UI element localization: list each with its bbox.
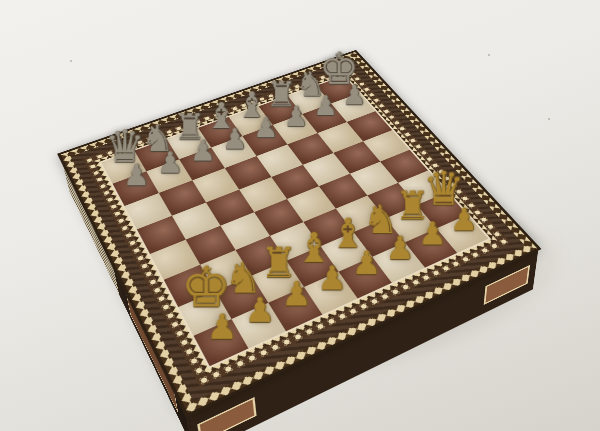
piece-gold-pawn: ♟: [352, 247, 381, 280]
piece-silver-pawn: ♟: [313, 92, 338, 119]
piece-gold-pawn: ♟: [282, 277, 312, 311]
piece-silver-pawn: ♟: [190, 136, 216, 165]
chess-board: ♛♞♜♝♝♜♞♚♟♟♟♟♟♟♟♟♚♞♜♝♝♞♜♛♟♟♟♟♟♟♟♟: [61, 52, 537, 413]
piece-gold-pawn: ♟: [207, 310, 238, 345]
backdrop-speck: [548, 118, 550, 120]
piece-silver-pawn: ♟: [157, 148, 183, 177]
backdrop-speck: [70, 60, 72, 62]
piece-gold-pawn: ♟: [450, 204, 478, 235]
backdrop-speck: [488, 54, 490, 56]
piece-gold-pawn: ♟: [386, 232, 415, 264]
photo-scene: ♛♞♜♝♝♜♞♚♟♟♟♟♟♟♟♟♚♞♜♝♝♞♜♛♟♟♟♟♟♟♟♟: [0, 0, 600, 431]
piece-gold-pawn: ♟: [317, 262, 347, 295]
piece-silver-pawn: ♟: [284, 103, 309, 131]
piece-gold-pawn: ♟: [245, 293, 276, 327]
piece-silver-pawn: ♟: [123, 160, 150, 190]
piece-silver-pawn: ♟: [253, 114, 278, 142]
piece-silver-pawn: ♟: [342, 82, 366, 109]
piece-gold-pawn: ♟: [418, 218, 446, 250]
piece-silver-pawn: ♟: [222, 125, 248, 154]
